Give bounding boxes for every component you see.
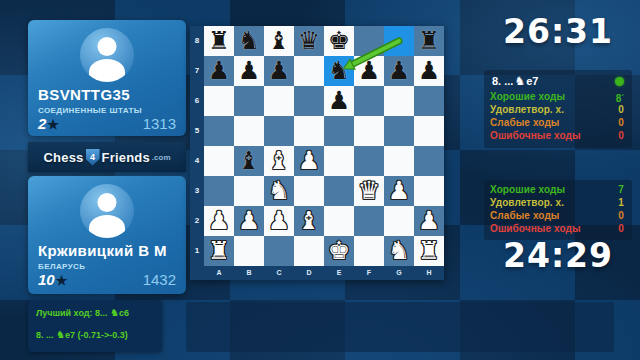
file-label: A <box>204 266 234 280</box>
piece-white-pawn: ♟ <box>418 206 440 236</box>
stat-label: Удовлетвор. х. <box>490 196 564 209</box>
logo-text-com: .com <box>152 153 171 162</box>
piece-black-pawn: ♟ <box>418 56 440 86</box>
piece-black-pawn: ♟ <box>358 56 380 86</box>
rank-labels: 87654321 <box>190 26 204 266</box>
square-a6[interactable] <box>204 86 234 116</box>
square-a8[interactable]: ♜ <box>204 26 234 56</box>
piece-white-pawn: ♟ <box>268 206 290 236</box>
played-move-line: 8. ... ♞e7 (-0.71->-0.3) <box>36 329 154 340</box>
stat-label: Слабые ходы <box>490 209 559 222</box>
square-g3[interactable]: ♟ <box>384 176 414 206</box>
avatar-body <box>89 215 125 238</box>
piece-black-king: ♚ <box>328 26 350 56</box>
square-f3[interactable]: ♛ <box>354 176 384 206</box>
square-f5[interactable] <box>354 116 384 146</box>
file-labels: ABCDEFGH <box>204 266 444 280</box>
chess-board: 87654321 ABCDEFGH ♜♞♝♛♚♜♟♟♟♞♟♟♟♟♝♝♟♞♛♟♟♟… <box>190 26 444 280</box>
square-c3[interactable]: ♞ <box>264 176 294 206</box>
square-a1[interactable]: ♜ <box>204 236 234 266</box>
square-e5[interactable] <box>324 116 354 146</box>
square-g5[interactable] <box>384 116 414 146</box>
avatar-head <box>98 193 117 212</box>
square-h1[interactable]: ♜ <box>414 236 444 266</box>
piece-white-bishop: ♝ <box>298 206 320 236</box>
piece-white-pawn: ♟ <box>208 206 230 236</box>
knight-icon: ♞ <box>514 74 525 88</box>
square-a7[interactable]: ♟ <box>204 56 234 86</box>
square-g6[interactable] <box>384 86 414 116</box>
knight-icon: ♞ <box>56 329 65 340</box>
best-move-box: Лучший ход: 8... ♞c6 8. ... ♞e7 (-0.71->… <box>28 300 162 352</box>
square-a3[interactable] <box>204 176 234 206</box>
square-c7[interactable]: ♟ <box>264 56 294 86</box>
bottom-panel <box>186 302 614 352</box>
piece-white-rook: ♜ <box>208 236 230 266</box>
avatar <box>80 184 134 238</box>
square-h3[interactable] <box>414 176 444 206</box>
square-f8[interactable] <box>354 26 384 56</box>
square-h2[interactable]: ♟ <box>414 206 444 236</box>
square-f2[interactable] <box>354 206 384 236</box>
square-c8[interactable]: ♝ <box>264 26 294 56</box>
good-move-indicator <box>615 77 624 86</box>
stat-label: Слабые ходы <box>490 116 559 129</box>
piece-black-rook: ♜ <box>418 26 440 56</box>
square-h8[interactable]: ♜ <box>414 26 444 56</box>
piece-black-pawn: ♟ <box>238 56 260 86</box>
stats-white: Хорошие ходы7 Удовлетвор. х.1 Слабые ход… <box>490 183 624 235</box>
rank-label: 1 <box>190 236 204 266</box>
stat-value: 1 <box>618 196 624 209</box>
app-window: BSVNTTG35 СОЕДИНЕННЫЕ ШТАТЫ 2★ 1313 Ches… <box>0 0 640 360</box>
stat-label: Ошибочные ходы <box>490 222 581 235</box>
square-f4[interactable] <box>354 146 384 176</box>
clock-top: 26:31 <box>478 12 638 51</box>
square-c5[interactable] <box>264 116 294 146</box>
square-d1[interactable] <box>294 236 324 266</box>
square-b8[interactable]: ♞ <box>234 26 264 56</box>
square-c2[interactable]: ♟ <box>264 206 294 236</box>
player-stars: 2★ <box>38 115 59 132</box>
player-card-bottom[interactable]: Крживицкий В М БЕЛАРУСЬ 10★ 1432 <box>28 176 186 294</box>
piece-black-pawn: ♟ <box>388 56 410 86</box>
stat-label: Удовлетвор. х. <box>490 103 564 116</box>
file-label: F <box>354 266 384 280</box>
stats-black: Хорошие ходы8° Удовлетвор. х.0 Слабые хо… <box>490 90 624 142</box>
square-a2[interactable]: ♟ <box>204 206 234 236</box>
piece-black-pawn: ♟ <box>208 56 230 86</box>
square-d5[interactable] <box>294 116 324 146</box>
square-f6[interactable] <box>354 86 384 116</box>
piece-black-knight: ♞ <box>238 26 260 56</box>
star-icon: ★ <box>56 273 68 288</box>
best-move-line: Лучший ход: 8... ♞c6 <box>36 307 154 318</box>
square-d4[interactable]: ♟ <box>294 146 324 176</box>
rank-label: 7 <box>190 56 204 86</box>
logo-text-chess: Chess <box>43 150 83 165</box>
square-h7[interactable]: ♟ <box>414 56 444 86</box>
player-name: BSVNTTG35 <box>38 86 130 103</box>
square-a4[interactable] <box>204 146 234 176</box>
rank-label: 8 <box>190 26 204 56</box>
piece-white-bishop: ♝ <box>268 146 290 176</box>
file-label: H <box>414 266 444 280</box>
piece-white-knight: ♞ <box>268 176 290 206</box>
square-d3[interactable] <box>294 176 324 206</box>
piece-white-king: ♚ <box>328 236 350 266</box>
square-a5[interactable] <box>204 116 234 146</box>
piece-white-rook: ♜ <box>418 236 440 266</box>
square-b1[interactable] <box>234 236 264 266</box>
star-icon: ★ <box>47 117 59 132</box>
square-b6[interactable] <box>234 86 264 116</box>
square-g8[interactable] <box>384 26 414 56</box>
square-d6[interactable] <box>294 86 324 116</box>
clock-bottom: 24:29 <box>478 236 638 275</box>
logo-text-friends: Friends <box>102 150 150 165</box>
square-h6[interactable] <box>414 86 444 116</box>
square-h5[interactable] <box>414 116 444 146</box>
square-c1[interactable] <box>264 236 294 266</box>
square-g7[interactable]: ♟ <box>384 56 414 86</box>
square-b4[interactable]: ♝ <box>234 146 264 176</box>
stat-value: 0 <box>618 129 624 142</box>
square-g1[interactable]: ♞ <box>384 236 414 266</box>
square-b3[interactable] <box>234 176 264 206</box>
piece-white-queen: ♛ <box>358 176 380 206</box>
square-d2[interactable]: ♝ <box>294 206 324 236</box>
avatar-body <box>89 59 125 82</box>
square-e6[interactable]: ♟ <box>324 86 354 116</box>
player-name: Крживицкий В М <box>38 242 167 259</box>
square-e2[interactable] <box>324 206 354 236</box>
file-label: E <box>324 266 354 280</box>
player-rating: 1432 <box>143 271 176 288</box>
rank-label: 2 <box>190 206 204 236</box>
avatar <box>80 28 134 82</box>
stat-value: 0 <box>618 103 624 116</box>
square-e7[interactable]: ♞ <box>324 56 354 86</box>
square-e1[interactable]: ♚ <box>324 236 354 266</box>
player-card-top[interactable]: BSVNTTG35 СОЕДИНЕННЫЕ ШТАТЫ 2★ 1313 <box>28 20 186 136</box>
square-d7[interactable] <box>294 56 324 86</box>
piece-black-bishop: ♝ <box>268 26 290 56</box>
piece-black-knight: ♞ <box>328 56 350 86</box>
stat-label: Ошибочные ходы <box>490 129 581 142</box>
player-stars: 10★ <box>38 271 67 288</box>
stat-value: 0 <box>618 209 624 222</box>
stat-value: 8° <box>616 90 624 103</box>
last-move-row: 8. ... ♞e7 <box>492 74 624 88</box>
square-f1[interactable] <box>354 236 384 266</box>
file-label: G <box>384 266 414 280</box>
logo-bar: Chess 4 Friends .com <box>28 142 186 172</box>
piece-white-pawn: ♟ <box>388 176 410 206</box>
board-squares: ♜♞♝♛♚♜♟♟♟♞♟♟♟♟♝♝♟♞♛♟♟♟♟♝♟♜♚♞♜ <box>204 26 444 266</box>
piece-white-pawn: ♟ <box>238 206 260 236</box>
square-d8[interactable]: ♛ <box>294 26 324 56</box>
piece-black-rook: ♜ <box>208 26 230 56</box>
square-c6[interactable] <box>264 86 294 116</box>
player-rating: 1313 <box>143 115 176 132</box>
file-label: C <box>264 266 294 280</box>
square-f7[interactable]: ♟ <box>354 56 384 86</box>
stat-value: 0 <box>618 116 624 129</box>
file-label: B <box>234 266 264 280</box>
piece-white-knight: ♞ <box>388 236 410 266</box>
piece-black-bishop: ♝ <box>238 146 260 176</box>
square-e4[interactable] <box>324 146 354 176</box>
square-b7[interactable]: ♟ <box>234 56 264 86</box>
rank-label: 3 <box>190 176 204 206</box>
square-e3[interactable] <box>324 176 354 206</box>
rank-label: 6 <box>190 86 204 116</box>
rank-label: 4 <box>190 146 204 176</box>
square-g4[interactable] <box>384 146 414 176</box>
avatar-head <box>98 37 117 56</box>
square-g2[interactable] <box>384 206 414 236</box>
square-b2[interactable]: ♟ <box>234 206 264 236</box>
stat-label: Хорошие ходы <box>490 183 565 196</box>
stat-value: 0 <box>618 222 624 235</box>
piece-black-queen: ♛ <box>298 26 320 56</box>
knight-icon: ♞ <box>110 307 119 318</box>
shield-icon: 4 <box>86 149 100 166</box>
piece-black-pawn: ♟ <box>268 56 290 86</box>
rank-label: 5 <box>190 116 204 146</box>
stat-value: 7 <box>618 183 624 196</box>
square-e8[interactable]: ♚ <box>324 26 354 56</box>
file-label: D <box>294 266 324 280</box>
piece-white-pawn: ♟ <box>298 146 320 176</box>
square-h4[interactable] <box>414 146 444 176</box>
piece-black-pawn: ♟ <box>328 86 350 116</box>
square-b5[interactable] <box>234 116 264 146</box>
square-c4[interactable]: ♝ <box>264 146 294 176</box>
stat-label: Хорошие ходы <box>490 90 565 103</box>
